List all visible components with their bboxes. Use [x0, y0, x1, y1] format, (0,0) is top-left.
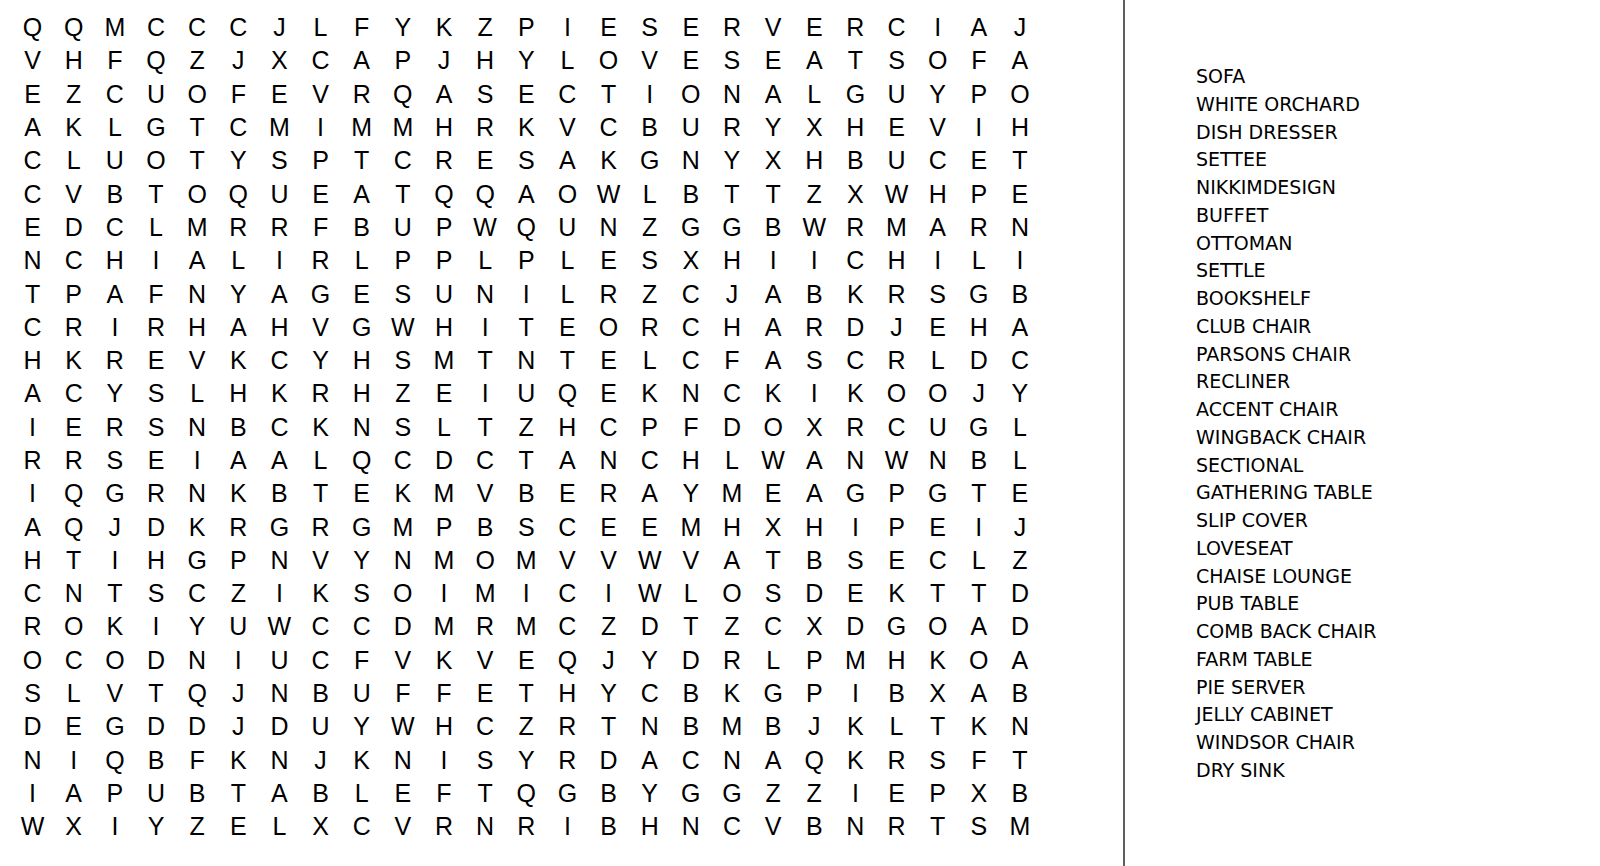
- grid-cell: O: [670, 78, 711, 111]
- grid-cell: X: [794, 111, 835, 144]
- grid-cell: O: [917, 610, 958, 643]
- grid-cell: A: [259, 444, 300, 477]
- grid-cell: B: [999, 677, 1040, 710]
- grid-cell: C: [917, 144, 958, 177]
- grid-cell: D: [12, 710, 53, 743]
- grid-cell: G: [835, 78, 876, 111]
- grid-cell: V: [670, 544, 711, 577]
- grid-cell: J: [218, 677, 259, 710]
- grid-cell: T: [465, 411, 506, 444]
- grid-cell: M: [465, 577, 506, 610]
- grid-cell: I: [135, 244, 176, 277]
- grid-cell: J: [999, 510, 1040, 543]
- grid-cell: A: [794, 444, 835, 477]
- grid-cell: E: [135, 444, 176, 477]
- grid-cell: A: [341, 177, 382, 210]
- grid-cell: Q: [135, 44, 176, 77]
- grid-cell: S: [711, 44, 752, 77]
- grid-cell: K: [753, 377, 794, 410]
- grid-cell: C: [300, 644, 341, 677]
- grid-cell: X: [794, 411, 835, 444]
- grid-cell: A: [753, 277, 794, 310]
- grid-cell: T: [999, 144, 1040, 177]
- grid-cell: F: [341, 11, 382, 44]
- word-list-item: SETTLE: [1196, 257, 1377, 285]
- grid-cell: Y: [588, 677, 629, 710]
- grid-cell: R: [53, 311, 94, 344]
- grid-cell: Y: [300, 344, 341, 377]
- grid-cell: J: [259, 11, 300, 44]
- grid-cell: B: [588, 777, 629, 810]
- grid-cell: N: [53, 577, 94, 610]
- grid-cell: R: [300, 377, 341, 410]
- grid-cell: Y: [382, 11, 423, 44]
- grid-cell: T: [382, 177, 423, 210]
- grid-cell: H: [876, 244, 917, 277]
- grid-cell: R: [465, 111, 506, 144]
- grid-cell: D: [382, 610, 423, 643]
- grid-cell: Q: [547, 377, 588, 410]
- grid-cell: I: [835, 777, 876, 810]
- grid-cell: R: [53, 444, 94, 477]
- grid-cell: V: [382, 810, 423, 843]
- grid-cell: E: [341, 477, 382, 510]
- grid-cell: B: [177, 777, 218, 810]
- grid-cell: T: [917, 710, 958, 743]
- grid-cell: E: [917, 510, 958, 543]
- grid-cell: T: [465, 777, 506, 810]
- grid-cell: I: [547, 11, 588, 44]
- grid-cell: L: [341, 777, 382, 810]
- grid-cell: A: [999, 44, 1040, 77]
- grid-cell: V: [300, 544, 341, 577]
- grid-cell: C: [218, 111, 259, 144]
- grid-cell: S: [341, 577, 382, 610]
- grid-cell: X: [794, 610, 835, 643]
- grid-cell: H: [135, 544, 176, 577]
- grid-cell: R: [94, 344, 135, 377]
- grid-cell: G: [958, 411, 999, 444]
- grid-cell: N: [670, 377, 711, 410]
- grid-cell: V: [465, 477, 506, 510]
- grid-cell: Z: [465, 11, 506, 44]
- grid-cell: E: [835, 577, 876, 610]
- grid-cell: Q: [177, 677, 218, 710]
- grid-cell: K: [218, 744, 259, 777]
- grid-cell: E: [12, 211, 53, 244]
- grid-cell: I: [12, 777, 53, 810]
- grid-cell: Y: [506, 44, 547, 77]
- grid-cell: U: [218, 610, 259, 643]
- grid-cell: V: [629, 44, 670, 77]
- grid-cell: S: [958, 810, 999, 843]
- grid-cell: R: [423, 144, 464, 177]
- grid-cell: E: [135, 344, 176, 377]
- grid-cell: U: [135, 777, 176, 810]
- grid-cell: W: [465, 211, 506, 244]
- grid-cell: R: [259, 211, 300, 244]
- grid-cell: M: [382, 510, 423, 543]
- word-list-item: BOOKSHELF: [1196, 285, 1377, 313]
- grid-cell: Q: [53, 11, 94, 44]
- grid-cell: O: [917, 377, 958, 410]
- grid-cell: C: [259, 344, 300, 377]
- grid-cell: N: [382, 744, 423, 777]
- grid-cell: S: [382, 344, 423, 377]
- grid-cell: U: [341, 677, 382, 710]
- grid-cell: A: [53, 777, 94, 810]
- grid-cell: I: [835, 510, 876, 543]
- word-list-item: CHAISE LOUNGE: [1196, 563, 1377, 591]
- grid-cell: F: [218, 78, 259, 111]
- grid-cell: I: [506, 277, 547, 310]
- grid-cell: S: [506, 510, 547, 543]
- grid-cell: G: [94, 477, 135, 510]
- grid-cell: R: [958, 211, 999, 244]
- grid-cell: S: [12, 677, 53, 710]
- grid-cell: X: [835, 177, 876, 210]
- grid-cell: P: [300, 144, 341, 177]
- grid-cell: E: [218, 810, 259, 843]
- grid-cell: T: [958, 577, 999, 610]
- grid-cell: M: [999, 810, 1040, 843]
- grid-cell: N: [465, 277, 506, 310]
- grid-cell: Z: [177, 810, 218, 843]
- grid-cell: N: [12, 744, 53, 777]
- grid-cell: K: [300, 577, 341, 610]
- grid-cell: F: [382, 677, 423, 710]
- grid-cell: N: [588, 444, 629, 477]
- grid-cell: I: [629, 78, 670, 111]
- grid-cell: V: [547, 111, 588, 144]
- grid-cell: W: [876, 444, 917, 477]
- grid-cell: Z: [506, 710, 547, 743]
- grid-cell: W: [753, 444, 794, 477]
- word-list-item: PARSONS CHAIR: [1196, 341, 1377, 369]
- grid-cell: V: [917, 111, 958, 144]
- grid-cell: C: [259, 411, 300, 444]
- grid-cell: E: [12, 78, 53, 111]
- grid-cell: Q: [53, 510, 94, 543]
- grid-cell: D: [794, 577, 835, 610]
- grid-cell: A: [259, 777, 300, 810]
- grid-cell: F: [135, 277, 176, 310]
- grid-cell: N: [382, 544, 423, 577]
- grid-cell: Y: [94, 377, 135, 410]
- grid-cell: L: [53, 677, 94, 710]
- grid-cell: G: [711, 211, 752, 244]
- grid-cell: C: [547, 510, 588, 543]
- grid-cell: H: [341, 377, 382, 410]
- grid-cell: K: [835, 744, 876, 777]
- grid-cell: K: [341, 744, 382, 777]
- grid-cell: M: [711, 710, 752, 743]
- grid-cell: G: [300, 277, 341, 310]
- grid-cell: L: [958, 244, 999, 277]
- grid-cell: C: [218, 11, 259, 44]
- grid-cell: Q: [341, 444, 382, 477]
- grid-cell: W: [382, 710, 423, 743]
- grid-cell: C: [670, 344, 711, 377]
- grid-cell: M: [423, 544, 464, 577]
- grid-cell: L: [547, 44, 588, 77]
- grid-cell: C: [835, 244, 876, 277]
- grid-cell: Y: [506, 744, 547, 777]
- grid-cell: I: [917, 11, 958, 44]
- grid-cell: E: [917, 311, 958, 344]
- grid-cell: K: [711, 677, 752, 710]
- grid-cell: O: [135, 144, 176, 177]
- grid-cell: E: [547, 311, 588, 344]
- grid-cell: O: [917, 44, 958, 77]
- grid-cell: D: [588, 744, 629, 777]
- grid-cell: E: [465, 144, 506, 177]
- grid-cell: Z: [53, 78, 94, 111]
- grid-cell: B: [670, 677, 711, 710]
- grid-cell: I: [794, 377, 835, 410]
- grid-cell: U: [94, 144, 135, 177]
- grid-cell: B: [999, 777, 1040, 810]
- grid-cell: P: [218, 544, 259, 577]
- grid-cell: Y: [218, 144, 259, 177]
- grid-cell: O: [465, 544, 506, 577]
- grid-cell: H: [12, 544, 53, 577]
- grid-cell: H: [53, 44, 94, 77]
- grid-cell: C: [670, 277, 711, 310]
- grid-cell: L: [423, 411, 464, 444]
- grid-cell: B: [794, 277, 835, 310]
- grid-cell: J: [794, 710, 835, 743]
- grid-cell: Z: [629, 211, 670, 244]
- grid-cell: R: [423, 810, 464, 843]
- grid-cell: B: [94, 177, 135, 210]
- grid-cell: E: [670, 11, 711, 44]
- grid-cell: G: [94, 710, 135, 743]
- grid-cell: Z: [382, 377, 423, 410]
- grid-cell: C: [12, 577, 53, 610]
- grid-cell: Y: [341, 544, 382, 577]
- grid-cell: F: [958, 44, 999, 77]
- grid-cell: S: [135, 577, 176, 610]
- grid-cell: G: [341, 311, 382, 344]
- grid-cell: E: [753, 477, 794, 510]
- grid-cell: E: [794, 11, 835, 44]
- grid-cell: V: [300, 78, 341, 111]
- grid-cell: E: [588, 344, 629, 377]
- grid-cell: C: [547, 610, 588, 643]
- grid-cell: V: [12, 44, 53, 77]
- grid-cell: E: [629, 510, 670, 543]
- grid-cell: Y: [753, 111, 794, 144]
- grid-cell: U: [259, 177, 300, 210]
- grid-cell: W: [588, 177, 629, 210]
- grid-cell: K: [876, 577, 917, 610]
- grid-cell: R: [835, 211, 876, 244]
- grid-cell: Z: [629, 277, 670, 310]
- grid-cell: X: [753, 144, 794, 177]
- grid-cell: O: [12, 644, 53, 677]
- grid-cell: T: [218, 777, 259, 810]
- grid-cell: L: [753, 644, 794, 677]
- grid-cell: T: [835, 44, 876, 77]
- grid-cell: C: [670, 311, 711, 344]
- grid-cell: E: [999, 477, 1040, 510]
- word-list-item: SLIP COVER: [1196, 507, 1377, 535]
- grid-cell: K: [958, 710, 999, 743]
- grid-cell: D: [135, 510, 176, 543]
- grid-cell: P: [382, 244, 423, 277]
- grid-cell: N: [259, 677, 300, 710]
- grid-cell: I: [753, 244, 794, 277]
- word-list-item: SECTIONAL: [1196, 452, 1377, 480]
- grid-cell: R: [341, 78, 382, 111]
- grid-cell: D: [135, 644, 176, 677]
- grid-cell: C: [135, 11, 176, 44]
- grid-cell: L: [259, 810, 300, 843]
- grid-cell: C: [94, 78, 135, 111]
- grid-cell: O: [382, 577, 423, 610]
- word-list-item: PUB TABLE: [1196, 590, 1377, 618]
- grid-cell: S: [917, 277, 958, 310]
- grid-cell: O: [753, 411, 794, 444]
- grid-cell: R: [835, 11, 876, 44]
- grid-cell: C: [876, 411, 917, 444]
- grid-cell: Q: [382, 78, 423, 111]
- grid-cell: Q: [465, 177, 506, 210]
- grid-cell: A: [547, 144, 588, 177]
- grid-cell: E: [670, 44, 711, 77]
- grid-cell: N: [629, 710, 670, 743]
- grid-cell: E: [753, 44, 794, 77]
- grid-cell: K: [835, 710, 876, 743]
- grid-cell: P: [506, 244, 547, 277]
- grid-cell: L: [629, 344, 670, 377]
- grid-cell: C: [465, 444, 506, 477]
- grid-cell: J: [218, 44, 259, 77]
- grid-cell: C: [917, 544, 958, 577]
- grid-cell: L: [999, 411, 1040, 444]
- grid-cell: C: [547, 78, 588, 111]
- grid-cell: D: [999, 610, 1040, 643]
- grid-cell: L: [917, 344, 958, 377]
- grid-cell: C: [94, 211, 135, 244]
- grid-cell: M: [94, 11, 135, 44]
- grid-cell: M: [259, 111, 300, 144]
- grid-cell: Q: [506, 777, 547, 810]
- grid-cell: E: [588, 244, 629, 277]
- grid-cell: A: [12, 377, 53, 410]
- grid-cell: I: [465, 377, 506, 410]
- grid-cell: E: [259, 78, 300, 111]
- grid-cell: G: [135, 111, 176, 144]
- grid-cell: C: [835, 344, 876, 377]
- letter-grid: QQMCCCJLFYKZPIESERVERCIAJVHFQZJXCAPJHYLO…: [12, 11, 1041, 843]
- grid-cell: V: [177, 344, 218, 377]
- grid-cell: I: [53, 744, 94, 777]
- grid-cell: N: [465, 810, 506, 843]
- grid-cell: I: [94, 810, 135, 843]
- grid-cell: C: [300, 44, 341, 77]
- grid-cell: Y: [629, 644, 670, 677]
- grid-cell: B: [259, 477, 300, 510]
- grid-cell: T: [917, 810, 958, 843]
- grid-cell: E: [465, 677, 506, 710]
- grid-cell: M: [506, 544, 547, 577]
- grid-cell: U: [876, 78, 917, 111]
- grid-cell: T: [547, 344, 588, 377]
- grid-cell: S: [917, 744, 958, 777]
- grid-cell: K: [177, 510, 218, 543]
- grid-cell: T: [53, 544, 94, 577]
- grid-cell: H: [12, 344, 53, 377]
- grid-cell: H: [876, 644, 917, 677]
- grid-cell: B: [753, 710, 794, 743]
- grid-cell: C: [341, 810, 382, 843]
- grid-cell: F: [423, 677, 464, 710]
- grid-cell: H: [341, 344, 382, 377]
- grid-cell: W: [876, 177, 917, 210]
- grid-cell: C: [12, 311, 53, 344]
- grid-cell: Z: [753, 777, 794, 810]
- grid-cell: K: [53, 111, 94, 144]
- grid-cell: G: [958, 277, 999, 310]
- grid-cell: G: [670, 777, 711, 810]
- grid-cell: R: [629, 311, 670, 344]
- grid-cell: U: [670, 111, 711, 144]
- grid-cell: S: [465, 78, 506, 111]
- grid-cell: A: [958, 11, 999, 44]
- word-list-item: WINDSOR CHAIR: [1196, 729, 1377, 757]
- word-list-item: PIE SERVER: [1196, 674, 1377, 702]
- grid-cell: H: [958, 311, 999, 344]
- grid-cell: Y: [177, 610, 218, 643]
- grid-cell: I: [177, 444, 218, 477]
- grid-cell: G: [547, 777, 588, 810]
- grid-cell: V: [382, 644, 423, 677]
- grid-cell: O: [588, 311, 629, 344]
- grid-cell: T: [465, 344, 506, 377]
- grid-cell: C: [588, 411, 629, 444]
- grid-cell: O: [711, 577, 752, 610]
- grid-cell: U: [506, 377, 547, 410]
- grid-cell: C: [629, 444, 670, 477]
- grid-cell: O: [94, 644, 135, 677]
- grid-cell: I: [12, 411, 53, 444]
- grid-cell: A: [999, 311, 1040, 344]
- grid-cell: F: [341, 644, 382, 677]
- grid-cell: I: [547, 810, 588, 843]
- grid-cell: Z: [218, 577, 259, 610]
- grid-cell: P: [629, 411, 670, 444]
- grid-cell: I: [300, 111, 341, 144]
- grid-cell: S: [753, 577, 794, 610]
- grid-cell: T: [135, 677, 176, 710]
- grid-cell: J: [999, 11, 1040, 44]
- grid-cell: A: [12, 510, 53, 543]
- grid-cell: O: [53, 610, 94, 643]
- grid-cell: D: [670, 644, 711, 677]
- grid-cell: L: [300, 444, 341, 477]
- grid-cell: W: [12, 810, 53, 843]
- grid-cell: A: [218, 311, 259, 344]
- grid-cell: C: [711, 810, 752, 843]
- grid-cell: D: [835, 610, 876, 643]
- word-list-item: ACCENT CHAIR: [1196, 396, 1377, 424]
- grid-cell: L: [670, 577, 711, 610]
- grid-cell: R: [300, 510, 341, 543]
- grid-cell: P: [382, 44, 423, 77]
- grid-cell: D: [177, 710, 218, 743]
